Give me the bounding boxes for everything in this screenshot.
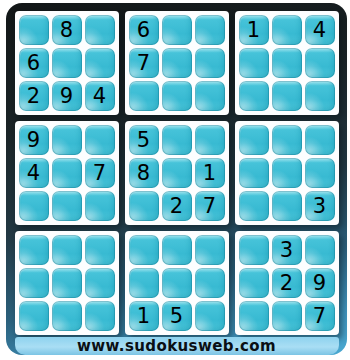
box-2-3: 3 (235, 121, 339, 225)
cell-r4c7[interactable] (239, 125, 269, 155)
cell-r9c6[interactable] (195, 301, 225, 331)
cell-r1c3[interactable] (85, 15, 115, 45)
cell-r9c2[interactable] (52, 301, 82, 331)
cell-r8c3[interactable] (85, 268, 115, 298)
cell-r3c4[interactable] (129, 81, 159, 111)
cell-r8c4[interactable] (129, 268, 159, 298)
cell-r2c3[interactable] (85, 48, 115, 78)
cell-r7c2[interactable] (52, 235, 82, 265)
cell-r3c9[interactable] (305, 81, 335, 111)
cell-r8c7[interactable] (239, 268, 269, 298)
box-1-1: 86294 (15, 11, 119, 115)
footer-bar: www.sudokusweb.com (15, 337, 339, 355)
cell-r4c3[interactable] (85, 125, 115, 155)
cell-r1c1[interactable] (19, 15, 49, 45)
cell-r1c5[interactable] (162, 15, 192, 45)
cell-r3c1[interactable]: 2 (19, 81, 49, 111)
box-3-3: 3297 (235, 231, 339, 335)
cell-r9c7[interactable] (239, 301, 269, 331)
cell-r5c9[interactable] (305, 158, 335, 188)
cell-r7c3[interactable] (85, 235, 115, 265)
cell-r9c3[interactable] (85, 301, 115, 331)
cell-r8c2[interactable] (52, 268, 82, 298)
cell-r5c6[interactable]: 1 (195, 158, 225, 188)
cell-r1c7[interactable]: 1 (239, 15, 269, 45)
cell-r7c6[interactable] (195, 235, 225, 265)
cell-r5c4[interactable]: 8 (129, 158, 159, 188)
box-3-2: 15 (125, 231, 229, 335)
cell-r1c4[interactable]: 6 (129, 15, 159, 45)
cell-r4c4[interactable]: 5 (129, 125, 159, 155)
cell-r3c7[interactable] (239, 81, 269, 111)
cell-r3c2[interactable]: 9 (52, 81, 82, 111)
cell-r9c4[interactable]: 1 (129, 301, 159, 331)
cell-r5c2[interactable] (52, 158, 82, 188)
cell-r5c5[interactable] (162, 158, 192, 188)
cell-r2c1[interactable]: 6 (19, 48, 49, 78)
cell-r8c5[interactable] (162, 268, 192, 298)
board-frame: 862946714947581273153297 www.sudokusweb.… (6, 3, 347, 355)
cell-r9c1[interactable] (19, 301, 49, 331)
cell-r5c8[interactable] (272, 158, 302, 188)
cell-r1c2[interactable]: 8 (52, 15, 82, 45)
cell-r7c9[interactable] (305, 235, 335, 265)
cell-r7c8[interactable]: 3 (272, 235, 302, 265)
cell-r6c1[interactable] (19, 191, 49, 221)
cell-r8c6[interactable] (195, 268, 225, 298)
cell-r5c3[interactable]: 7 (85, 158, 115, 188)
cell-r2c6[interactable] (195, 48, 225, 78)
cell-r6c6[interactable]: 7 (195, 191, 225, 221)
box-2-1: 947 (15, 121, 119, 225)
sudoku-app: 862946714947581273153297 www.sudokusweb.… (0, 0, 350, 360)
cell-r7c7[interactable] (239, 235, 269, 265)
cell-r3c5[interactable] (162, 81, 192, 111)
cell-r3c3[interactable]: 4 (85, 81, 115, 111)
cell-r6c7[interactable] (239, 191, 269, 221)
cell-r8c1[interactable] (19, 268, 49, 298)
box-2-2: 58127 (125, 121, 229, 225)
cell-r7c4[interactable] (129, 235, 159, 265)
cell-r1c8[interactable] (272, 15, 302, 45)
cell-r3c6[interactable] (195, 81, 225, 111)
site-url: www.sudokusweb.com (77, 337, 276, 355)
box-1-2: 67 (125, 11, 229, 115)
cell-r6c9[interactable]: 3 (305, 191, 335, 221)
cell-r6c3[interactable] (85, 191, 115, 221)
cell-r7c1[interactable] (19, 235, 49, 265)
cell-r4c9[interactable] (305, 125, 335, 155)
cell-r4c1[interactable]: 9 (19, 125, 49, 155)
sudoku-board: 862946714947581273153297 (15, 11, 339, 335)
cell-r4c8[interactable] (272, 125, 302, 155)
cell-r6c5[interactable]: 2 (162, 191, 192, 221)
cell-r1c6[interactable] (195, 15, 225, 45)
cell-r8c9[interactable]: 9 (305, 268, 335, 298)
box-1-3: 14 (235, 11, 339, 115)
cell-r2c8[interactable] (272, 48, 302, 78)
cell-r6c2[interactable] (52, 191, 82, 221)
cell-r1c9[interactable]: 4 (305, 15, 335, 45)
cell-r5c1[interactable]: 4 (19, 158, 49, 188)
cell-r2c5[interactable] (162, 48, 192, 78)
cell-r9c5[interactable]: 5 (162, 301, 192, 331)
cell-r2c9[interactable] (305, 48, 335, 78)
cell-r6c4[interactable] (129, 191, 159, 221)
cell-r6c8[interactable] (272, 191, 302, 221)
cell-r2c4[interactable]: 7 (129, 48, 159, 78)
cell-r2c2[interactable] (52, 48, 82, 78)
cell-r8c8[interactable]: 2 (272, 268, 302, 298)
cell-r2c7[interactable] (239, 48, 269, 78)
cell-r4c6[interactable] (195, 125, 225, 155)
cell-r7c5[interactable] (162, 235, 192, 265)
cell-r3c8[interactable] (272, 81, 302, 111)
cell-r9c8[interactable] (272, 301, 302, 331)
cell-r9c9[interactable]: 7 (305, 301, 335, 331)
box-3-1 (15, 231, 119, 335)
cell-r4c2[interactable] (52, 125, 82, 155)
cell-r4c5[interactable] (162, 125, 192, 155)
cell-r5c7[interactable] (239, 158, 269, 188)
